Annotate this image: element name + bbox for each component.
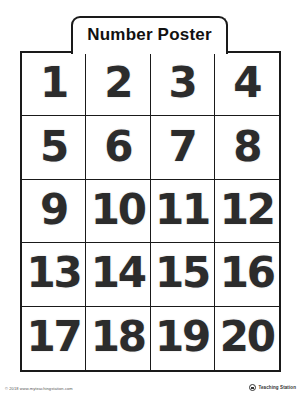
grid-cell: 3 (151, 53, 215, 116)
grid-cell: 17 (22, 307, 86, 370)
grid-cell: 1 (22, 53, 86, 116)
poster-page: Number Poster 1 2 3 4 5 6 7 8 9 10 11 12… (0, 0, 300, 400)
number-label: 9 (40, 189, 67, 231)
number-label: 6 (104, 126, 131, 168)
number-label: 10 (91, 189, 145, 231)
grid-cell: 11 (151, 180, 215, 243)
grid-cell: 6 (86, 116, 150, 179)
number-label: 14 (91, 252, 145, 294)
brand-logo: Teaching Station (249, 384, 296, 391)
number-label: 16 (220, 252, 274, 294)
number-label: 18 (91, 316, 145, 358)
grid-cell: 20 (215, 307, 279, 370)
number-label: 11 (155, 189, 209, 231)
number-label: 20 (220, 316, 274, 358)
poster-title: Number Poster (87, 25, 211, 47)
title-tab: Number Poster (71, 16, 228, 54)
grid-cell: 9 (22, 180, 86, 243)
number-label: 7 (169, 126, 196, 168)
brand-name: Teaching Station (258, 385, 296, 390)
grid-cell: 19 (151, 307, 215, 370)
teaching-station-logo-icon (249, 384, 256, 391)
grid-cell: 18 (86, 307, 150, 370)
number-label: 8 (233, 126, 260, 168)
grid-cell: 5 (22, 116, 86, 179)
number-label: 2 (104, 62, 131, 104)
grid-cell: 12 (215, 180, 279, 243)
number-label: 19 (155, 316, 209, 358)
grid-cell: 10 (86, 180, 150, 243)
grid-cell: 15 (151, 243, 215, 306)
grid-cell: 8 (215, 116, 279, 179)
grid-cell: 14 (86, 243, 150, 306)
grid-cell: 2 (86, 53, 150, 116)
number-grid: 1 2 3 4 5 6 7 8 9 10 11 12 13 14 15 16 1… (20, 51, 281, 372)
number-label: 3 (169, 62, 196, 104)
grid-cell: 4 (215, 53, 279, 116)
number-label: 13 (26, 252, 80, 294)
number-label: 15 (155, 252, 209, 294)
grid-cell: 16 (215, 243, 279, 306)
grid-cell: 13 (22, 243, 86, 306)
number-label: 5 (40, 126, 67, 168)
copyright-text: © 2018 www.myteachingstation.com (5, 386, 73, 391)
number-label: 12 (220, 189, 274, 231)
number-label: 17 (26, 316, 80, 358)
grid-cell: 7 (151, 116, 215, 179)
number-label: 4 (233, 62, 260, 104)
number-label: 1 (40, 62, 67, 104)
